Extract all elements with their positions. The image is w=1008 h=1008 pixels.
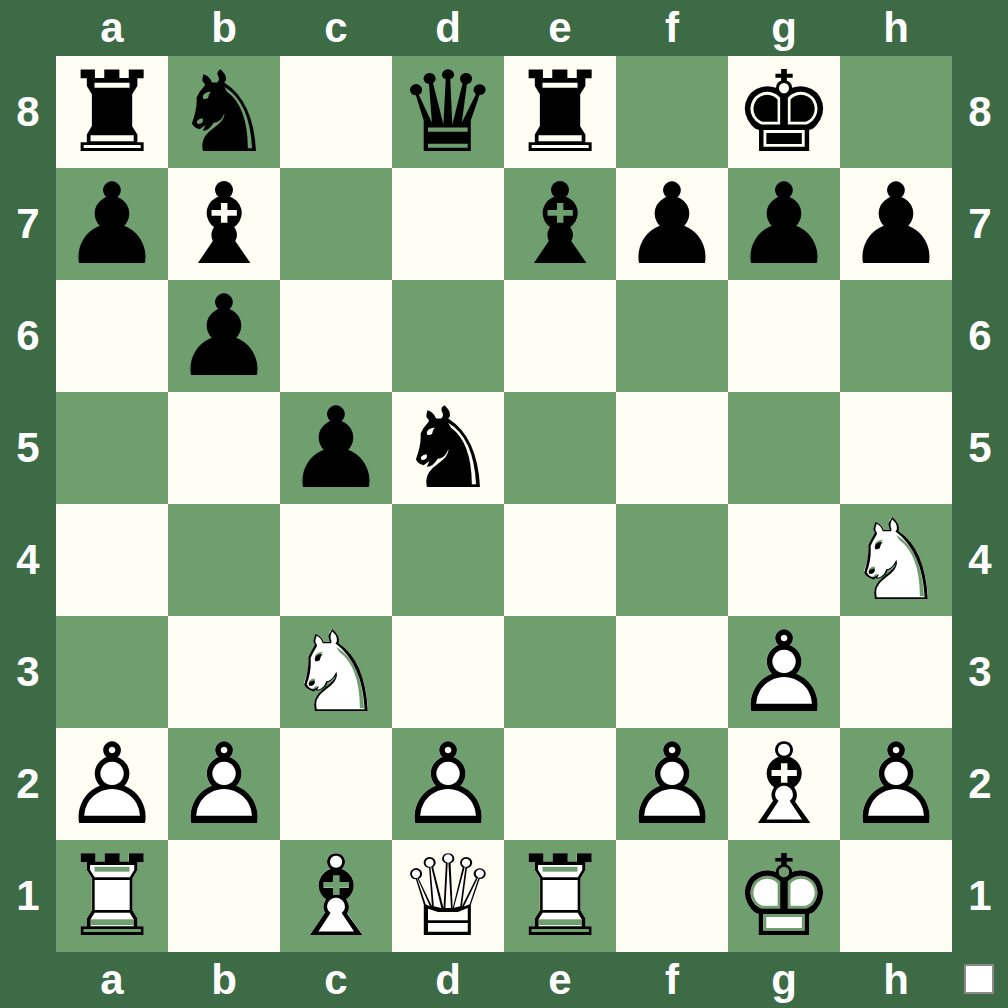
square-b7[interactable]: ♝	[168, 168, 280, 280]
file-label-bottom-e: e	[504, 952, 616, 1008]
square-d6[interactable]	[392, 280, 504, 392]
square-f7[interactable]: ♟	[616, 168, 728, 280]
piece-outline-glyph: ♙	[398, 719, 498, 849]
square-c2[interactable]	[280, 728, 392, 840]
rank-label-left-2: 2	[0, 728, 56, 840]
file-label-bottom-h: h	[840, 952, 952, 1008]
piece-white-rook[interactable]: ♜♖	[510, 840, 610, 952]
square-h3[interactable]	[840, 616, 952, 728]
square-a4[interactable]	[56, 504, 168, 616]
piece-outline-glyph: ♙	[622, 719, 722, 849]
piece-outline-glyph: ♙	[174, 719, 274, 849]
piece-outline-glyph: ♙	[846, 719, 946, 849]
square-c7[interactable]	[280, 168, 392, 280]
square-b6[interactable]: ♟	[168, 280, 280, 392]
file-label-bottom-a: a	[56, 952, 168, 1008]
square-g5[interactable]	[728, 392, 840, 504]
piece-outline-glyph: ♗	[286, 831, 386, 961]
square-d1[interactable]: ♛♕	[392, 840, 504, 952]
file-label-bottom-f: f	[616, 952, 728, 1008]
square-f4[interactable]	[616, 504, 728, 616]
file-label-bottom-c: c	[280, 952, 392, 1008]
piece-white-rook[interactable]: ♜♖	[62, 840, 162, 952]
square-c4[interactable]	[280, 504, 392, 616]
file-label-top-c: c	[280, 0, 392, 56]
rank-label-right-4: 4	[952, 504, 1008, 616]
piece-black-queen[interactable]: ♛	[398, 56, 498, 168]
square-f5[interactable]	[616, 392, 728, 504]
piece-white-knight[interactable]: ♞♘	[846, 504, 946, 616]
square-e7[interactable]: ♝	[504, 168, 616, 280]
piece-white-pawn[interactable]: ♟♙	[846, 728, 946, 840]
rank-label-right-5: 5	[952, 392, 1008, 504]
file-label-top-h: h	[840, 0, 952, 56]
piece-white-pawn[interactable]: ♟♙	[734, 616, 834, 728]
file-label-top-e: e	[504, 0, 616, 56]
square-g3[interactable]: ♟♙	[728, 616, 840, 728]
file-label-top-d: d	[392, 0, 504, 56]
square-h8[interactable]	[840, 56, 952, 168]
piece-outline-glyph: ♘	[286, 607, 386, 737]
file-label-top-b: b	[168, 0, 280, 56]
file-label-bottom-g: g	[728, 952, 840, 1008]
piece-outline-glyph: ♔	[734, 831, 834, 961]
piece-outline-glyph: ♙	[62, 719, 162, 849]
rank-label-left-7: 7	[0, 168, 56, 280]
rank-label-right-3: 3	[952, 616, 1008, 728]
square-b1[interactable]	[168, 840, 280, 952]
square-h1[interactable]	[840, 840, 952, 952]
rank-label-right-6: 6	[952, 280, 1008, 392]
square-d5[interactable]: ♞	[392, 392, 504, 504]
square-h4[interactable]: ♞♘	[840, 504, 952, 616]
square-e2[interactable]	[504, 728, 616, 840]
square-g6[interactable]	[728, 280, 840, 392]
file-label-top-a: a	[56, 0, 168, 56]
piece-white-pawn[interactable]: ♟♙	[622, 728, 722, 840]
square-e5[interactable]	[504, 392, 616, 504]
square-a7[interactable]: ♟	[56, 168, 168, 280]
square-g7[interactable]: ♟	[728, 168, 840, 280]
piece-outline-glyph: ♖	[62, 831, 162, 961]
piece-black-knight[interactable]: ♞	[174, 56, 274, 168]
square-d2[interactable]: ♟♙	[392, 728, 504, 840]
rank-label-left-4: 4	[0, 504, 56, 616]
square-d3[interactable]	[392, 616, 504, 728]
file-label-bottom-d: d	[392, 952, 504, 1008]
square-e4[interactable]	[504, 504, 616, 616]
square-g1[interactable]: ♚♔	[728, 840, 840, 952]
square-h7[interactable]: ♟	[840, 168, 952, 280]
piece-black-rook[interactable]: ♜	[510, 56, 610, 168]
square-h2[interactable]: ♟♙	[840, 728, 952, 840]
square-f1[interactable]	[616, 840, 728, 952]
square-c8[interactable]	[280, 56, 392, 168]
white-to-move-indicator	[964, 964, 994, 994]
square-h5[interactable]	[840, 392, 952, 504]
piece-black-pawn[interactable]: ♟	[174, 280, 274, 392]
piece-outline-glyph: ♕	[398, 831, 498, 961]
square-b5[interactable]	[168, 392, 280, 504]
square-d7[interactable]	[392, 168, 504, 280]
piece-black-bishop[interactable]: ♝	[174, 168, 274, 280]
rank-label-left-5: 5	[0, 392, 56, 504]
piece-black-pawn[interactable]: ♟	[846, 168, 946, 280]
piece-white-bishop[interactable]: ♝♗	[286, 840, 386, 952]
square-g4[interactable]	[728, 504, 840, 616]
square-b8[interactable]: ♞	[168, 56, 280, 168]
piece-outline-glyph: ♗	[734, 719, 834, 849]
piece-white-pawn[interactable]: ♟♙	[62, 728, 162, 840]
piece-white-knight[interactable]: ♞♘	[286, 616, 386, 728]
square-d8[interactable]: ♛	[392, 56, 504, 168]
square-h6[interactable]	[840, 280, 952, 392]
piece-black-pawn[interactable]: ♟	[62, 168, 162, 280]
piece-black-rook[interactable]: ♜	[62, 56, 162, 168]
square-g8[interactable]: ♚	[728, 56, 840, 168]
piece-black-knight[interactable]: ♞	[398, 392, 498, 504]
piece-black-pawn[interactable]: ♟	[734, 168, 834, 280]
rank-label-left-8: 8	[0, 56, 56, 168]
rank-label-left-3: 3	[0, 616, 56, 728]
piece-black-king[interactable]: ♚	[734, 56, 834, 168]
piece-black-bishop[interactable]: ♝	[510, 168, 610, 280]
square-c5[interactable]: ♟	[280, 392, 392, 504]
square-b4[interactable]	[168, 504, 280, 616]
file-label-top-g: g	[728, 0, 840, 56]
square-f8[interactable]	[616, 56, 728, 168]
square-f3[interactable]	[616, 616, 728, 728]
rank-label-right-2: 2	[952, 728, 1008, 840]
square-c6[interactable]	[280, 280, 392, 392]
piece-outline-glyph: ♖	[510, 831, 610, 961]
rank-label-right-1: 1	[952, 840, 1008, 952]
piece-white-pawn[interactable]: ♟♙	[174, 728, 274, 840]
rank-label-left-1: 1	[0, 840, 56, 952]
square-c3[interactable]: ♞♘	[280, 616, 392, 728]
square-b2[interactable]: ♟♙	[168, 728, 280, 840]
square-e1[interactable]: ♜♖	[504, 840, 616, 952]
piece-white-queen[interactable]: ♛♕	[398, 840, 498, 952]
square-d4[interactable]	[392, 504, 504, 616]
square-a6[interactable]	[56, 280, 168, 392]
chess-board: ♜♞♛♜♚♟♝♝♟♟♟♟♟♞♞♘♞♘♟♙♟♙♟♙♟♙♟♙♝♗♟♙♜♖♝♗♛♕♜♖…	[56, 56, 952, 952]
square-f6[interactable]	[616, 280, 728, 392]
square-a1[interactable]: ♜♖	[56, 840, 168, 952]
piece-black-pawn[interactable]: ♟	[286, 392, 386, 504]
piece-white-pawn[interactable]: ♟♙	[398, 728, 498, 840]
file-label-top-f: f	[616, 0, 728, 56]
square-a3[interactable]	[56, 616, 168, 728]
rank-label-right-7: 7	[952, 168, 1008, 280]
piece-white-bishop[interactable]: ♝♗	[734, 728, 834, 840]
piece-black-pawn[interactable]: ♟	[622, 168, 722, 280]
square-e3[interactable]	[504, 616, 616, 728]
square-a5[interactable]	[56, 392, 168, 504]
file-label-bottom-b: b	[168, 952, 280, 1008]
board-frame: ♜♞♛♜♚♟♝♝♟♟♟♟♟♞♞♘♞♘♟♙♟♙♟♙♟♙♟♙♝♗♟♙♜♖♝♗♛♕♜♖…	[0, 0, 1008, 1008]
square-e8[interactable]: ♜	[504, 56, 616, 168]
square-c1[interactable]: ♝♗	[280, 840, 392, 952]
square-e6[interactable]	[504, 280, 616, 392]
square-g2[interactable]: ♝♗	[728, 728, 840, 840]
piece-outline-glyph: ♙	[734, 607, 834, 737]
rank-label-right-8: 8	[952, 56, 1008, 168]
square-b3[interactable]	[168, 616, 280, 728]
square-f2[interactable]: ♟♙	[616, 728, 728, 840]
rank-label-left-6: 6	[0, 280, 56, 392]
piece-outline-glyph: ♘	[846, 495, 946, 625]
square-a8[interactable]: ♜	[56, 56, 168, 168]
piece-white-king[interactable]: ♚♔	[734, 840, 834, 952]
square-a2[interactable]: ♟♙	[56, 728, 168, 840]
